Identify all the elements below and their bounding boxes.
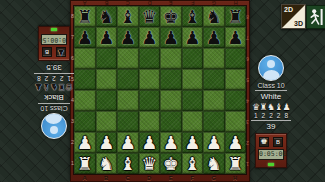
square-f2[interactable]: ♟	[182, 132, 204, 153]
square-b5[interactable]	[96, 69, 118, 90]
pawn-icon: ♟	[282, 102, 290, 112]
white-queen[interactable]: ♛	[139, 153, 161, 174]
black-rook[interactable]: ♜	[225, 6, 247, 27]
coord-label: 8	[245, 6, 250, 27]
coord-label: D	[139, 174, 161, 182]
file-labels-bottom: ABCDEFGH	[74, 174, 246, 182]
rook-icon: ♜	[58, 82, 66, 92]
white-knight[interactable]: ♞	[96, 153, 118, 174]
black-clock-piece-button[interactable]: ♟	[56, 47, 66, 57]
2d-label: 2D	[284, 6, 293, 13]
black-king[interactable]: ♚	[160, 6, 182, 27]
coord-label: G	[203, 174, 225, 182]
square-d1[interactable]: ♛	[139, 153, 161, 174]
black-clock-b-button[interactable]: B	[42, 47, 52, 57]
coord-label: E	[160, 174, 182, 182]
square-g1[interactable]: ♞	[203, 153, 225, 174]
square-c4[interactable]	[117, 90, 139, 111]
square-d3[interactable]	[139, 111, 161, 132]
square-f4[interactable]	[182, 90, 204, 111]
black-bishop[interactable]: ♝	[117, 6, 139, 27]
square-e2[interactable]: ♟	[160, 132, 182, 153]
exit-button[interactable]	[306, 5, 325, 29]
white-avatar	[258, 55, 284, 81]
square-c7[interactable]: ♟	[117, 27, 139, 48]
square-e5[interactable]	[160, 69, 182, 90]
black-name-label: Black	[44, 93, 64, 102]
divider	[251, 120, 291, 121]
exit-walking-figure-icon	[307, 6, 325, 28]
square-f5[interactable]	[182, 69, 204, 90]
queen-icon: ♛	[252, 102, 260, 112]
black-avatar	[41, 113, 67, 139]
white-piece-tally-icons: ♛ ♜ ♞ ♝ ♟	[252, 102, 290, 112]
white-material-total: 39	[267, 122, 276, 131]
black-class-label: Class 10	[40, 105, 67, 112]
square-e4[interactable]	[160, 90, 182, 111]
square-d4[interactable]	[139, 90, 161, 111]
chess-board: ABCDEFGH ♜♞♝♛♚♝♞♜♟♟♟♟♟♟♟♟♟♟♟♟♟♟♟♟♜♞♝♛♚♝♞…	[70, 0, 250, 182]
square-e1[interactable]: ♚	[160, 153, 182, 174]
black-pawn[interactable]: ♟	[96, 27, 118, 48]
coord-label: C	[117, 174, 139, 182]
square-g7[interactable]: ♟	[203, 27, 225, 48]
square-c8[interactable]: ♝	[117, 6, 139, 27]
square-h7[interactable]: ♟	[225, 27, 247, 48]
coord-label: 1	[70, 153, 75, 174]
black-chess-clock: ♟ B 0:00:50	[38, 26, 70, 61]
3d-label: 3D	[294, 20, 303, 27]
square-c1[interactable]: ♝	[117, 153, 139, 174]
white-pawn[interactable]: ♟	[203, 132, 225, 153]
square-d2[interactable]: ♟	[139, 132, 161, 153]
board-grid: ♜♞♝♛♚♝♞♜♟♟♟♟♟♟♟♟♟♟♟♟♟♟♟♟♜♞♝♛♚♝♞♜	[74, 6, 246, 174]
square-f8[interactable]: ♝	[182, 6, 204, 27]
divider	[255, 90, 287, 91]
square-g2[interactable]: ♟	[203, 132, 225, 153]
white-clock-b-button[interactable]: B	[273, 137, 283, 147]
square-g8[interactable]: ♞	[203, 6, 225, 27]
white-name-label: White	[261, 92, 281, 101]
bishop-icon: ♝	[43, 82, 51, 92]
square-f7[interactable]: ♟	[182, 27, 204, 48]
knight-icon: ♞	[50, 82, 58, 92]
white-pawn[interactable]: ♟	[96, 132, 118, 153]
square-c3[interactable]	[117, 111, 139, 132]
square-b8[interactable]: ♞	[96, 6, 118, 27]
knight-icon: ♞	[267, 102, 275, 112]
coord-label: B	[96, 174, 118, 182]
square-d8[interactable]: ♛	[139, 6, 161, 27]
coord-label: 7	[245, 27, 250, 48]
square-f3[interactable]	[182, 111, 204, 132]
square-d6[interactable]	[139, 48, 161, 69]
square-a1[interactable]: ♜	[74, 153, 96, 174]
white-clock-display: 0:05:00	[258, 149, 284, 160]
square-c6[interactable]	[117, 48, 139, 69]
coord-label: H	[225, 174, 247, 182]
coord-label: F	[182, 174, 204, 182]
square-g3[interactable]	[203, 111, 225, 132]
square-b4[interactable]	[96, 90, 118, 111]
black-pawn[interactable]: ♟	[225, 27, 247, 48]
black-piece-tally-counts: 1 2 2 2 8	[35, 75, 73, 82]
square-e7[interactable]: ♟	[160, 27, 182, 48]
black-clock-led	[51, 28, 57, 31]
coord-label: 8	[70, 6, 75, 27]
white-piece-tally-counts: 1 2 2 2 8	[252, 112, 290, 119]
white-pawn[interactable]: ♟	[117, 132, 139, 153]
black-pawn[interactable]: ♟	[182, 27, 204, 48]
square-b7[interactable]: ♟	[96, 27, 118, 48]
white-player-panel: Class 10 White ♛ ♜ ♞ ♝ ♟ 1 2 2 2 8 39 ♚ …	[241, 55, 301, 168]
view-2d-3d-toggle[interactable]: 2D 3D	[281, 4, 306, 29]
pawn-icon: ♟	[35, 82, 43, 92]
white-pawn[interactable]: ♟	[182, 132, 204, 153]
white-clock-piece-button[interactable]: ♚	[259, 137, 269, 147]
black-piece-tally-icons: ♛ ♜ ♞ ♝ ♟	[35, 82, 73, 92]
white-chess-clock: ♚ B 0:05:00	[255, 133, 287, 168]
square-b2[interactable]: ♟	[96, 132, 118, 153]
black-rook[interactable]: ♜	[74, 6, 96, 27]
square-c5[interactable]	[117, 69, 139, 90]
white-king[interactable]: ♚	[160, 153, 182, 174]
square-a8[interactable]: ♜	[74, 6, 96, 27]
queen-icon: ♛	[65, 82, 73, 92]
square-g6[interactable]	[203, 48, 225, 69]
avatar-person-icon	[50, 126, 58, 134]
divider	[38, 103, 70, 104]
black-pawn[interactable]: ♟	[160, 27, 182, 48]
square-d5[interactable]	[139, 69, 161, 90]
white-pawn[interactable]: ♟	[160, 132, 182, 153]
white-class-label: Class 10	[257, 82, 284, 89]
black-pawn[interactable]: ♟	[203, 27, 225, 48]
square-b1[interactable]: ♞	[96, 153, 118, 174]
black-player-panel: Class 10 Black ♛ ♜ ♞ ♝ ♟ 1 2 2 2 8 39.5 …	[24, 26, 84, 139]
divider	[34, 73, 74, 74]
black-pawn[interactable]: ♟	[117, 27, 139, 48]
white-clock-led	[268, 163, 274, 166]
black-bishop[interactable]: ♝	[182, 6, 204, 27]
white-knight[interactable]: ♞	[203, 153, 225, 174]
black-clock-display: 0:00:50	[41, 34, 67, 45]
white-pawn[interactable]: ♟	[139, 132, 161, 153]
coord-label: A	[74, 174, 96, 182]
white-rook[interactable]: ♜	[74, 153, 96, 174]
square-b6[interactable]	[96, 48, 118, 69]
square-f1[interactable]: ♝	[182, 153, 204, 174]
white-bishop[interactable]: ♝	[117, 153, 139, 174]
square-e6[interactable]	[160, 48, 182, 69]
square-c2[interactable]: ♟	[117, 132, 139, 153]
square-e3[interactable]	[160, 111, 182, 132]
chess-app: ABCDEFGH ♜♞♝♛♚♝♞♜♟♟♟♟♟♟♟♟♟♟♟♟♟♟♟♟♜♞♝♛♚♝♞…	[0, 0, 325, 182]
black-pawn[interactable]: ♟	[139, 27, 161, 48]
avatar-person-icon	[267, 60, 275, 68]
square-h8[interactable]: ♜	[225, 6, 247, 27]
black-knight[interactable]: ♞	[96, 6, 118, 27]
black-knight[interactable]: ♞	[203, 6, 225, 27]
white-bishop[interactable]: ♝	[182, 153, 204, 174]
square-d7[interactable]: ♟	[139, 27, 161, 48]
black-material-total: 39.5	[46, 63, 62, 72]
square-e8[interactable]: ♚	[160, 6, 182, 27]
square-g4[interactable]	[203, 90, 225, 111]
square-f6[interactable]	[182, 48, 204, 69]
square-g5[interactable]	[203, 69, 225, 90]
black-queen[interactable]: ♛	[139, 6, 161, 27]
square-b3[interactable]	[96, 111, 118, 132]
